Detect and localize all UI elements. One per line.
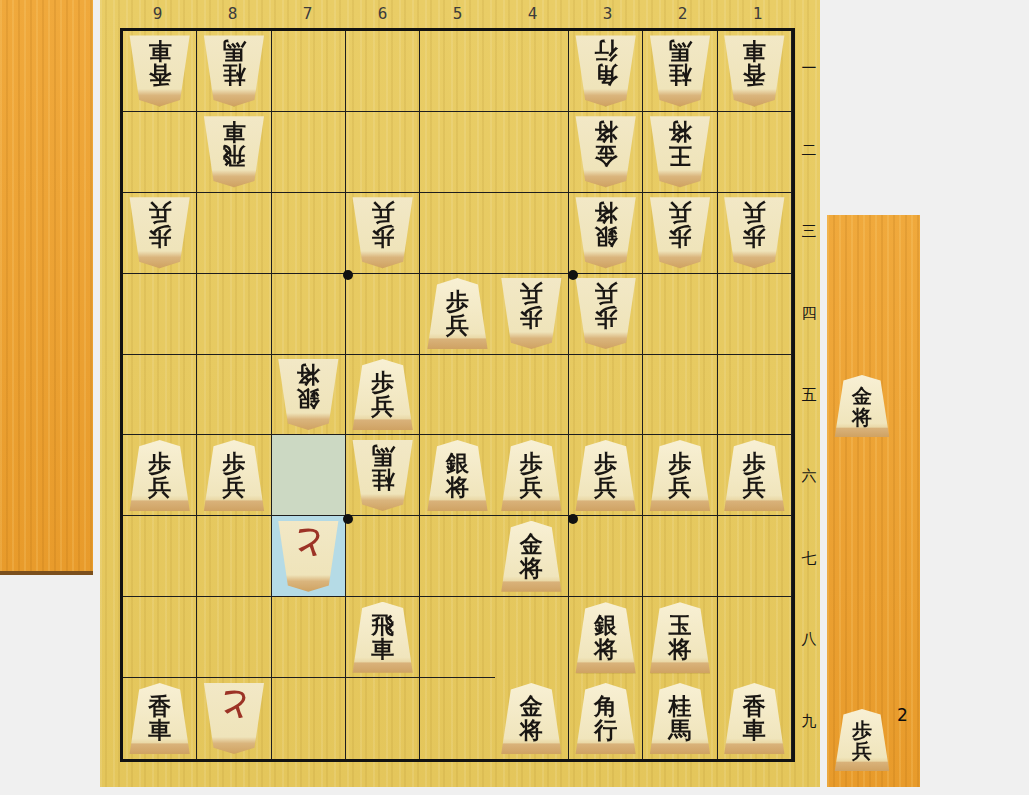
- square-2八[interactable]: 玉将: [643, 597, 717, 678]
- piece-3九[interactable]: 角行: [574, 683, 638, 754]
- hand-slot-g[interactable]: 金将: [833, 375, 917, 441]
- square-7一[interactable]: [272, 31, 346, 112]
- square-3六[interactable]: 歩兵: [569, 435, 643, 516]
- square-5三[interactable]: [420, 193, 494, 274]
- piece-label: 歩兵: [574, 282, 638, 330]
- rank-label-9: 九: [799, 681, 819, 763]
- square-1七[interactable]: [718, 516, 792, 597]
- piece-label: 金将: [833, 386, 891, 428]
- piece-1九[interactable]: 香車: [722, 683, 786, 754]
- square-7三[interactable]: [272, 193, 346, 274]
- square-6九[interactable]: [346, 678, 420, 759]
- square-5七[interactable]: [420, 516, 494, 597]
- piece-4四[interactable]: 歩兵: [499, 278, 563, 349]
- piece-3八[interactable]: 銀将: [574, 602, 638, 673]
- piece-label: と: [202, 689, 266, 723]
- square-1一[interactable]: 香車: [718, 31, 792, 112]
- square-5四[interactable]: 歩兵: [420, 274, 494, 355]
- piece-label: 角行: [574, 694, 638, 742]
- square-6八[interactable]: 飛車: [346, 597, 420, 678]
- square-9五[interactable]: [123, 355, 197, 436]
- piece-2九[interactable]: 桂馬: [648, 683, 712, 754]
- square-7六[interactable]: [272, 435, 346, 516]
- square-6一[interactable]: [346, 31, 420, 112]
- square-9一[interactable]: 香車: [123, 31, 197, 112]
- square-1二[interactable]: [718, 112, 792, 193]
- piece-7五[interactable]: 銀将: [276, 359, 340, 430]
- piece-label: 歩兵: [648, 451, 712, 499]
- file-label-4: 4: [495, 2, 570, 26]
- piece-1三[interactable]: 歩兵: [722, 197, 786, 268]
- file-label-1: 1: [720, 2, 795, 26]
- piece-label: 香車: [722, 39, 786, 87]
- piece-label: 銀将: [574, 613, 638, 661]
- square-8九[interactable]: と: [197, 678, 271, 759]
- piece-1一[interactable]: 香車: [722, 35, 786, 106]
- gote-captured-pieces-stand: [0, 0, 93, 575]
- square-1六[interactable]: 歩兵: [718, 435, 792, 516]
- rank-label-3: 三: [799, 191, 819, 273]
- rank-label-8: 八: [799, 599, 819, 681]
- piece-label: 歩兵: [648, 201, 712, 249]
- square-3七[interactable]: [569, 516, 643, 597]
- square-2二[interactable]: 王将: [643, 112, 717, 193]
- square-8七[interactable]: [197, 516, 271, 597]
- square-2四[interactable]: [643, 274, 717, 355]
- square-5五[interactable]: [420, 355, 494, 436]
- square-7九[interactable]: [272, 678, 346, 759]
- piece-label: 金将: [574, 120, 638, 168]
- square-3一[interactable]: 角行: [569, 31, 643, 112]
- piece-6八[interactable]: 飛車: [351, 602, 415, 673]
- square-6六[interactable]: 桂馬: [346, 435, 420, 516]
- square-1五[interactable]: [718, 355, 792, 436]
- rank-label-4: 四: [799, 273, 819, 355]
- piece-label: 角行: [574, 39, 638, 87]
- square-9六[interactable]: 歩兵: [123, 435, 197, 516]
- square-2一[interactable]: 桂馬: [643, 31, 717, 112]
- square-5八[interactable]: [420, 597, 494, 678]
- rank-coordinate-labels: 一二三四五六七八九: [799, 28, 819, 762]
- square-6五[interactable]: 歩兵: [346, 355, 420, 436]
- square-4六[interactable]: 歩兵: [495, 435, 569, 516]
- square-3八[interactable]: 銀将: [569, 597, 643, 678]
- square-6七[interactable]: [346, 516, 420, 597]
- square-8八[interactable]: [197, 597, 271, 678]
- square-7四[interactable]: [272, 274, 346, 355]
- file-label-2: 2: [645, 2, 720, 26]
- hand-piece-p[interactable]: 歩兵: [833, 709, 891, 771]
- square-9四[interactable]: [123, 274, 197, 355]
- square-2六[interactable]: 歩兵: [643, 435, 717, 516]
- hoshi-dot: [568, 514, 578, 524]
- piece-label: 銀将: [276, 363, 340, 411]
- square-8二[interactable]: 飛車: [197, 112, 271, 193]
- square-1三[interactable]: 歩兵: [718, 193, 792, 274]
- piece-label: 香車: [128, 39, 192, 87]
- piece-label: 歩兵: [128, 451, 192, 499]
- square-1八[interactable]: [718, 597, 792, 678]
- piece-label: 歩兵: [574, 451, 638, 499]
- square-8五[interactable]: [197, 355, 271, 436]
- square-5九[interactable]: [420, 678, 494, 759]
- piece-3六[interactable]: 歩兵: [574, 440, 638, 511]
- piece-5六[interactable]: 銀将: [425, 440, 489, 511]
- square-8四[interactable]: [197, 274, 271, 355]
- piece-4六[interactable]: 歩兵: [499, 440, 563, 511]
- piece-label: 香車: [128, 694, 192, 742]
- hand-piece-count: 2: [897, 705, 908, 725]
- square-3四[interactable]: 歩兵: [569, 274, 643, 355]
- file-label-9: 9: [120, 2, 195, 26]
- square-4三[interactable]: [495, 193, 569, 274]
- rank-label-1: 一: [799, 28, 819, 110]
- piece-label: 飛車: [351, 613, 415, 661]
- piece-9一[interactable]: 香車: [128, 35, 192, 106]
- square-3二[interactable]: 金将: [569, 112, 643, 193]
- piece-9三[interactable]: 歩兵: [128, 197, 192, 268]
- piece-label: 王将: [648, 120, 712, 168]
- rank-label-5: 五: [799, 354, 819, 436]
- rank-label-6: 六: [799, 436, 819, 518]
- piece-label: 香車: [722, 694, 786, 742]
- hoshi-dot: [343, 270, 353, 280]
- file-label-8: 8: [195, 2, 270, 26]
- square-9八[interactable]: [123, 597, 197, 678]
- piece-label: 歩兵: [722, 451, 786, 499]
- piece-label: 歩兵: [425, 289, 489, 337]
- piece-label: 歩兵: [722, 201, 786, 249]
- square-2五[interactable]: [643, 355, 717, 436]
- square-4八[interactable]: [495, 597, 569, 678]
- piece-label: 歩兵: [128, 201, 192, 249]
- square-2九[interactable]: 桂馬: [643, 678, 717, 759]
- piece-label: と: [276, 527, 340, 561]
- square-1四[interactable]: [718, 274, 792, 355]
- square-9九[interactable]: 香車: [123, 678, 197, 759]
- square-8一[interactable]: 桂馬: [197, 31, 271, 112]
- piece-label: 飛車: [202, 120, 266, 168]
- piece-label: 銀将: [425, 451, 489, 499]
- square-7五[interactable]: 銀将: [272, 355, 346, 436]
- sente-captured-pieces-stand: 金将歩兵2: [827, 215, 920, 787]
- square-9三[interactable]: 歩兵: [123, 193, 197, 274]
- square-2三[interactable]: 歩兵: [643, 193, 717, 274]
- square-5一[interactable]: [420, 31, 494, 112]
- piece-7七[interactable]: と: [276, 521, 340, 592]
- piece-2二[interactable]: 王将: [648, 116, 712, 187]
- piece-8一[interactable]: 桂馬: [202, 35, 266, 106]
- piece-8六[interactable]: 歩兵: [202, 440, 266, 511]
- piece-8二[interactable]: 飛車: [202, 116, 266, 187]
- square-3三[interactable]: 銀将: [569, 193, 643, 274]
- piece-6六[interactable]: 桂馬: [351, 440, 415, 511]
- hoshi-dot: [343, 514, 353, 524]
- piece-label: 金将: [499, 532, 563, 580]
- piece-2三[interactable]: 歩兵: [648, 197, 712, 268]
- piece-label: 歩兵: [499, 282, 563, 330]
- square-7八[interactable]: [272, 597, 346, 678]
- square-4二[interactable]: [495, 112, 569, 193]
- square-4一[interactable]: [495, 31, 569, 112]
- file-label-6: 6: [345, 2, 420, 26]
- piece-3四[interactable]: 歩兵: [574, 278, 638, 349]
- piece-2八[interactable]: 玉将: [648, 602, 712, 673]
- piece-label: 歩兵: [499, 451, 563, 499]
- rank-label-2: 二: [799, 110, 819, 192]
- page-background: 987654321 一二三四五六七八九 香車桂馬角行桂馬香車飛車金将王将歩兵歩兵…: [0, 0, 1029, 795]
- square-4四[interactable]: 歩兵: [495, 274, 569, 355]
- piece-label: 桂馬: [648, 694, 712, 742]
- piece-9九[interactable]: 香車: [128, 683, 192, 754]
- square-4九[interactable]: 金将: [495, 678, 569, 759]
- piece-3一[interactable]: 角行: [574, 35, 638, 106]
- square-7二[interactable]: [272, 112, 346, 193]
- piece-2一[interactable]: 桂馬: [648, 35, 712, 106]
- square-5二[interactable]: [420, 112, 494, 193]
- piece-3二[interactable]: 金将: [574, 116, 638, 187]
- piece-label: 歩兵: [202, 451, 266, 499]
- shogi-board: 987654321 一二三四五六七八九 香車桂馬角行桂馬香車飛車金将王将歩兵歩兵…: [100, 0, 820, 787]
- square-2七[interactable]: [643, 516, 717, 597]
- piece-4九[interactable]: 金将: [499, 683, 563, 754]
- square-9七[interactable]: [123, 516, 197, 597]
- square-7七[interactable]: と: [272, 516, 346, 597]
- piece-label: 金将: [499, 694, 563, 742]
- piece-label: 桂馬: [648, 39, 712, 87]
- rank-label-7: 七: [799, 517, 819, 599]
- piece-9六[interactable]: 歩兵: [128, 440, 192, 511]
- piece-6三[interactable]: 歩兵: [351, 197, 415, 268]
- square-6三[interactable]: 歩兵: [346, 193, 420, 274]
- file-label-7: 7: [270, 2, 345, 26]
- piece-label: 歩兵: [351, 370, 415, 418]
- hand-piece-g[interactable]: 金将: [833, 375, 891, 437]
- square-6二[interactable]: [346, 112, 420, 193]
- file-label-3: 3: [570, 2, 645, 26]
- square-4五[interactable]: [495, 355, 569, 436]
- file-label-5: 5: [420, 2, 495, 26]
- piece-label: 桂馬: [202, 39, 266, 87]
- piece-8九[interactable]: と: [202, 683, 266, 754]
- piece-label: 玉将: [648, 613, 712, 661]
- square-8六[interactable]: 歩兵: [197, 435, 271, 516]
- hand-slot-p[interactable]: 歩兵2: [833, 709, 917, 775]
- piece-label: 桂馬: [351, 444, 415, 492]
- piece-label: 銀将: [574, 201, 638, 249]
- piece-4七[interactable]: 金将: [499, 521, 563, 592]
- file-coordinate-labels: 987654321: [120, 2, 795, 26]
- piece-6五[interactable]: 歩兵: [351, 359, 415, 430]
- square-3九[interactable]: 角行: [569, 678, 643, 759]
- square-1九[interactable]: 香車: [718, 678, 792, 759]
- square-6四[interactable]: [346, 274, 420, 355]
- board-grid: 香車桂馬角行桂馬香車飛車金将王将歩兵歩兵銀将歩兵歩兵歩兵歩兵歩兵銀将歩兵歩兵歩兵…: [120, 28, 795, 762]
- piece-label: 歩兵: [833, 720, 891, 762]
- square-9二[interactable]: [123, 112, 197, 193]
- piece-2六[interactable]: 歩兵: [648, 440, 712, 511]
- square-4七[interactable]: 金将: [495, 516, 569, 597]
- piece-label: 歩兵: [351, 201, 415, 249]
- square-3五[interactable]: [569, 355, 643, 436]
- square-5六[interactable]: 銀将: [420, 435, 494, 516]
- hoshi-dot: [568, 270, 578, 280]
- piece-3三[interactable]: 銀将: [574, 197, 638, 268]
- piece-5四[interactable]: 歩兵: [425, 278, 489, 349]
- square-8三[interactable]: [197, 193, 271, 274]
- piece-1六[interactable]: 歩兵: [722, 440, 786, 511]
